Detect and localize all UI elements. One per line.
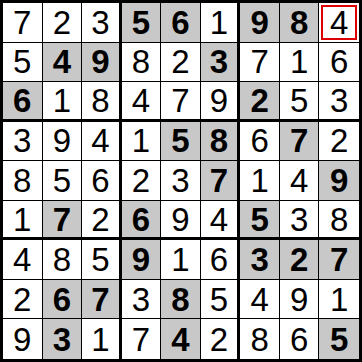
sudoku-cell-r2c4[interactable]: 8 [122,43,162,83]
sudoku-cell-r8c7[interactable]: 4 [240,280,280,320]
sudoku-cell-r4c6[interactable]: 8 [201,122,241,162]
sudoku-cell-r9c6[interactable]: 2 [201,319,241,359]
sudoku-cell-r7c2[interactable]: 8 [43,240,83,280]
sudoku-cell-r1c7[interactable]: 9 [240,3,280,43]
sudoku-cell-r9c8[interactable]: 6 [280,319,320,359]
sudoku-cell-r5c2[interactable]: 5 [43,161,83,201]
sudoku-cell-r1c6[interactable]: 1 [201,3,241,43]
sudoku-cell-r1c5[interactable]: 6 [161,3,201,43]
sudoku-cell-r5c8[interactable]: 4 [280,161,320,201]
sudoku-cell-r9c4[interactable]: 7 [122,319,162,359]
sudoku-cell-r1c8[interactable]: 8 [280,3,320,43]
sudoku-cell-r8c3[interactable]: 7 [82,280,122,320]
sudoku-cell-r8c4[interactable]: 3 [122,280,162,320]
sudoku-cell-r3c4[interactable]: 4 [122,82,162,122]
sudoku-cell-r9c7[interactable]: 8 [240,319,280,359]
sudoku-cell-r5c5[interactable]: 3 [161,161,201,201]
sudoku-cell-r4c5[interactable]: 5 [161,122,201,162]
sudoku-cell-r3c5[interactable]: 7 [161,82,201,122]
sudoku-cell-r9c5[interactable]: 4 [161,319,201,359]
sudoku-cell-r9c9[interactable]: 5 [319,319,359,359]
sudoku-cell-r7c7[interactable]: 3 [240,240,280,280]
sudoku-cell-r6c4[interactable]: 6 [122,201,162,241]
sudoku-cell-r7c9[interactable]: 7 [319,240,359,280]
sudoku-cell-r7c6[interactable]: 6 [201,240,241,280]
sudoku-cell-r5c4[interactable]: 2 [122,161,162,201]
sudoku-cell-r9c2[interactable]: 3 [43,319,83,359]
sudoku-cell-r5c7[interactable]: 1 [240,161,280,201]
sudoku-cell-r2c2[interactable]: 4 [43,43,83,83]
sudoku-cell-r9c1[interactable]: 9 [3,319,43,359]
sudoku-cell-r5c9[interactable]: 9 [319,161,359,201]
sudoku-cell-r6c3[interactable]: 2 [82,201,122,241]
sudoku-cell-r5c1[interactable]: 8 [3,161,43,201]
sudoku-cell-r7c1[interactable]: 4 [3,240,43,280]
sudoku-cell-r5c3[interactable]: 6 [82,161,122,201]
sudoku-cell-r2c1[interactable]: 5 [3,43,43,83]
sudoku-cell-r2c8[interactable]: 1 [280,43,320,83]
sudoku-cell-r6c6[interactable]: 4 [201,201,241,241]
sudoku-cell-r6c7[interactable]: 5 [240,201,280,241]
sudoku-cell-r8c1[interactable]: 2 [3,280,43,320]
sudoku-cell-r4c7[interactable]: 6 [240,122,280,162]
sudoku-cell-r2c7[interactable]: 7 [240,43,280,83]
sudoku-cell-r3c2[interactable]: 1 [43,82,83,122]
sudoku-cell-r4c2[interactable]: 9 [43,122,83,162]
sudoku-cell-r3c9[interactable]: 3 [319,82,359,122]
sudoku-cell-r7c4[interactable]: 9 [122,240,162,280]
sudoku-cell-r1c1[interactable]: 7 [3,3,43,43]
sudoku-cell-r1c3[interactable]: 3 [82,3,122,43]
sudoku-cell-r3c6[interactable]: 9 [201,82,241,122]
sudoku-cell-r8c8[interactable]: 9 [280,280,320,320]
sudoku-cell-r8c2[interactable]: 6 [43,280,83,320]
sudoku-cell-r1c2[interactable]: 2 [43,3,83,43]
sudoku-cell-r7c3[interactable]: 5 [82,240,122,280]
sudoku-cell-r6c2[interactable]: 7 [43,201,83,241]
sudoku-cell-r5c6[interactable]: 7 [201,161,241,201]
sudoku-cell-r2c3[interactable]: 9 [82,43,122,83]
sudoku-cell-r8c6[interactable]: 5 [201,280,241,320]
sudoku-cell-r1c9[interactable]: 4 [319,3,359,43]
sudoku-cell-r2c6[interactable]: 3 [201,43,241,83]
sudoku-cell-r3c3[interactable]: 8 [82,82,122,122]
sudoku-cell-r4c8[interactable]: 7 [280,122,320,162]
sudoku-cell-r3c1[interactable]: 6 [3,82,43,122]
sudoku-cell-r1c4[interactable]: 5 [122,3,162,43]
sudoku-cell-r3c8[interactable]: 5 [280,82,320,122]
sudoku-cell-r4c3[interactable]: 4 [82,122,122,162]
sudoku-cell-r7c8[interactable]: 2 [280,240,320,280]
sudoku-cell-r6c1[interactable]: 1 [3,201,43,241]
sudoku-cell-r6c9[interactable]: 8 [319,201,359,241]
sudoku-cell-r2c5[interactable]: 2 [161,43,201,83]
sudoku-board: 7235619845498237166184792533941586728562… [0,0,362,362]
sudoku-cell-r8c5[interactable]: 8 [161,280,201,320]
sudoku-cell-r6c8[interactable]: 3 [280,201,320,241]
sudoku-cell-r8c9[interactable]: 1 [319,280,359,320]
sudoku-cell-r7c5[interactable]: 1 [161,240,201,280]
sudoku-cell-r4c1[interactable]: 3 [3,122,43,162]
sudoku-cell-r2c9[interactable]: 6 [319,43,359,83]
sudoku-cell-r4c4[interactable]: 1 [122,122,162,162]
sudoku-cell-r4c9[interactable]: 2 [319,122,359,162]
sudoku-cell-r6c5[interactable]: 9 [161,201,201,241]
sudoku-cell-r3c7[interactable]: 2 [240,82,280,122]
sudoku-cell-r9c3[interactable]: 1 [82,319,122,359]
